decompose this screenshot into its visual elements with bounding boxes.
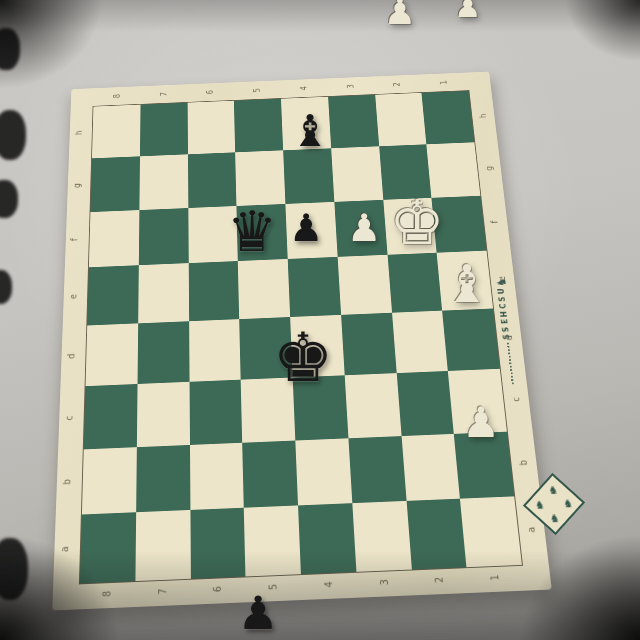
black-queen-f6[interactable]: ♛: [227, 204, 277, 260]
square-c8[interactable]: [84, 384, 138, 449]
square-b8[interactable]: [82, 447, 137, 515]
square-g5[interactable]: [235, 150, 285, 205]
us-chess-logo-text: USCHESS: [491, 287, 519, 341]
square-d2[interactable]: [392, 311, 448, 373]
rank-label-top-7: 7: [160, 92, 168, 97]
square-a4[interactable]: [298, 503, 356, 574]
square-b7[interactable]: [136, 445, 190, 513]
square-c2[interactable]: [396, 371, 454, 436]
square-b5[interactable]: [242, 440, 298, 508]
file-label-right-b: b: [519, 460, 529, 466]
file-label-right-g: g: [485, 166, 494, 171]
square-a6[interactable]: [190, 508, 246, 579]
rank-label-bottom-3: 3: [380, 579, 390, 586]
photo-scene: 8765432187654321hgfedcbahgfedcba ♞ USCHE…: [0, 0, 640, 640]
rank-label-top-2: 2: [393, 82, 402, 87]
square-e7[interactable]: [138, 263, 189, 323]
file-label-left-h: h: [75, 130, 84, 135]
square-h3[interactable]: [328, 95, 379, 148]
square-a2[interactable]: [406, 499, 467, 570]
dark-piece-left-2: [0, 110, 26, 160]
white-pawn-c2[interactable]: ♟: [462, 402, 500, 444]
file-label-left-c: c: [65, 415, 75, 420]
dark-piece-left-5: [0, 538, 28, 600]
spare-white-piece-top-edge[interactable]: ♟: [455, 0, 482, 22]
square-e4[interactable]: [288, 257, 341, 317]
square-c7[interactable]: [137, 382, 190, 447]
square-e8[interactable]: [87, 265, 138, 325]
spare-white-pawn-top-edge[interactable]: ♟: [384, 0, 416, 30]
file-label-right-f: f: [490, 221, 499, 224]
rank-label-bottom-7: 7: [158, 588, 168, 595]
square-b4[interactable]: [295, 438, 352, 506]
rank-label-bottom-2: 2: [435, 577, 445, 584]
rank-label-top-8: 8: [113, 94, 121, 99]
us-chess-letter: S: [502, 327, 513, 347]
rank-label-top-3: 3: [346, 84, 355, 89]
file-label-right-c: c: [511, 396, 521, 401]
white-bishop-e2[interactable]: ♝: [444, 258, 491, 310]
square-h1[interactable]: [422, 91, 475, 144]
square-d1[interactable]: [442, 308, 499, 370]
square-d6[interactable]: [189, 319, 241, 381]
square-b6[interactable]: [190, 442, 244, 510]
black-pawn-f5[interactable]: ♟: [289, 209, 323, 247]
rank-label-top-4: 4: [300, 86, 309, 91]
square-c3[interactable]: [344, 373, 401, 438]
file-label-right-h: h: [479, 113, 488, 118]
square-h6[interactable]: [187, 101, 235, 154]
file-label-left-g: g: [73, 183, 82, 188]
rank-label-top-5: 5: [253, 88, 262, 93]
file-label-left-e: e: [69, 294, 78, 299]
black-king-d5[interactable]: ♚: [273, 324, 334, 392]
square-e3[interactable]: [337, 255, 391, 315]
rank-label-bottom-8: 8: [102, 590, 112, 597]
square-f8[interactable]: [89, 210, 139, 268]
file-label-left-a: a: [60, 546, 70, 552]
square-e5[interactable]: [238, 259, 290, 319]
rank-label-bottom-4: 4: [324, 581, 334, 588]
square-a3[interactable]: [352, 501, 411, 572]
white-pawn-f4[interactable]: ♟: [347, 209, 381, 247]
square-d3[interactable]: [341, 313, 396, 375]
square-f7[interactable]: [139, 208, 189, 266]
square-c6[interactable]: [189, 379, 242, 444]
square-e2[interactable]: [387, 253, 442, 313]
square-h7[interactable]: [140, 103, 188, 156]
square-b2[interactable]: [401, 433, 460, 501]
rank-label-bottom-6: 6: [213, 586, 223, 593]
knight-icon: ♞: [545, 508, 565, 528]
square-a1[interactable]: [460, 497, 522, 568]
file-label-right-a: a: [527, 527, 537, 533]
square-h2[interactable]: [375, 93, 427, 146]
square-e6[interactable]: [188, 261, 239, 321]
square-a5[interactable]: [244, 506, 301, 577]
black-bishop-g5[interactable]: ♝: [290, 109, 329, 153]
logo-fine-print: [507, 343, 514, 386]
square-g7[interactable]: [139, 154, 188, 210]
captured-black-pawn-bottom-edge[interactable]: ♟: [237, 590, 278, 636]
file-label-left-d: d: [67, 353, 76, 359]
square-g4[interactable]: [283, 148, 334, 203]
square-g8[interactable]: [90, 156, 139, 212]
file-label-left-b: b: [63, 479, 73, 485]
file-label-left-f: f: [70, 238, 79, 241]
rank-label-bottom-1: 1: [490, 574, 501, 580]
square-h5[interactable]: [234, 99, 283, 152]
white-king-f3[interactable]: ♚: [389, 192, 445, 254]
square-a7[interactable]: [135, 510, 190, 581]
square-b3[interactable]: [348, 436, 406, 504]
square-a8[interactable]: [80, 512, 136, 583]
square-h8[interactable]: [92, 105, 140, 159]
square-g3[interactable]: [331, 146, 383, 201]
rank-label-top-6: 6: [206, 90, 214, 95]
square-d8[interactable]: [86, 323, 138, 386]
rank-label-top-1: 1: [440, 80, 449, 85]
square-d7[interactable]: [137, 321, 189, 384]
